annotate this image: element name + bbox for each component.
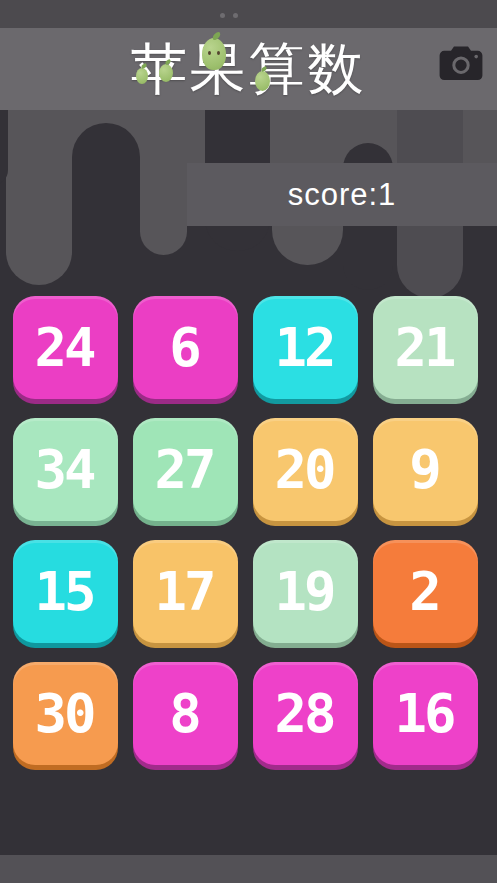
apple-decoration-large: [202, 38, 226, 70]
background-drip: [140, 106, 187, 255]
notch-dots: [220, 13, 244, 18]
tile-34[interactable]: 34: [13, 418, 118, 521]
tile-16[interactable]: 16: [373, 662, 478, 765]
score-text: score:1: [288, 177, 397, 213]
tile-8[interactable]: 8: [133, 662, 238, 765]
apple-decoration-small: [136, 68, 148, 84]
tile-30[interactable]: 30: [13, 662, 118, 765]
tile-27[interactable]: 27: [133, 418, 238, 521]
background-drip-dark: [72, 123, 140, 183]
tile-17[interactable]: 17: [133, 540, 238, 643]
tile-24[interactable]: 24: [13, 296, 118, 399]
tile-15[interactable]: 15: [13, 540, 118, 643]
background-drip-dark: [0, 106, 8, 185]
title-bar: 苹果算数: [0, 28, 497, 110]
status-bar: [0, 0, 497, 28]
camera-icon: [435, 40, 487, 86]
score-panel: score:1: [187, 163, 497, 226]
bottom-bar: [0, 855, 497, 883]
tile-19[interactable]: 19: [253, 540, 358, 643]
tile-21[interactable]: 21: [373, 296, 478, 399]
tile-20[interactable]: 20: [253, 418, 358, 521]
apple-decoration-small: [255, 71, 270, 91]
apple-decoration-small: [159, 64, 173, 82]
tile-9[interactable]: 9: [373, 418, 478, 521]
camera-button[interactable]: [435, 40, 487, 86]
background-drip: [6, 106, 72, 285]
tile-2[interactable]: 2: [373, 540, 478, 643]
tile-28[interactable]: 28: [253, 662, 358, 765]
tile-6[interactable]: 6: [133, 296, 238, 399]
app-screen: 苹果算数 score:1 246122134272091517192308281…: [0, 0, 497, 883]
tile-grid: 2461221342720915171923082816: [13, 296, 478, 765]
tile-12[interactable]: 12: [253, 296, 358, 399]
